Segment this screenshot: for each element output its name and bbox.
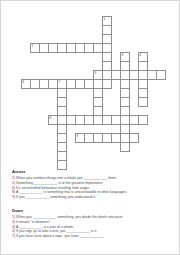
down-clues: Down 1)When you ____________ something, … — [12, 208, 180, 238]
clue-text: A ____________ is a part of a whole. — [16, 224, 74, 228]
across-header: Across — [12, 169, 180, 174]
clue-number-label: 4) — [12, 224, 15, 228]
clue-text: It means "in-between". — [16, 220, 51, 224]
clue-text: When you combine things into a whole you… — [16, 176, 117, 180]
grid-cell[interactable] — [138, 97, 148, 107]
clue-text: Something ____________ is of the greates… — [16, 181, 103, 185]
clue-text: It's uncontrolled behaviour resulting fr… — [16, 185, 90, 189]
grid-cell[interactable] — [129, 133, 139, 143]
clue-number-label: 1) — [12, 215, 15, 219]
clue-text: If you have facts about a topic, you hav… — [16, 234, 104, 238]
grid-cell[interactable] — [120, 142, 130, 152]
clue-number-label: 6) — [12, 185, 15, 189]
clue-text: If you ____________ something, you under… — [16, 195, 96, 199]
crossword-grid: 123456789 — [21, 16, 167, 171]
clue-text: A ____________ is something that is untr… — [16, 190, 127, 194]
grid-cell[interactable] — [156, 70, 166, 80]
across-clue: 9)If you ____________ something, you und… — [12, 194, 180, 199]
clue-text: If you sign up to take a test, you _____… — [16, 229, 97, 233]
across-clues: Across 2)When you combine things into a … — [12, 169, 180, 199]
clue-number-label: 3) — [12, 220, 15, 224]
clue-text: When you ____________ something, you div… — [16, 215, 123, 219]
grid-cell[interactable] — [138, 115, 148, 125]
down-header: Down — [12, 208, 180, 213]
clue-number-label: 9) — [12, 195, 15, 199]
clue-number-label: 7) — [12, 234, 15, 238]
clue-number-label: 5) — [12, 229, 15, 233]
clue-number-label: 8) — [12, 190, 15, 194]
clue-number-label: 5) — [12, 181, 15, 185]
down-clue: 7)If you have facts about a topic, you h… — [12, 233, 180, 238]
grid-cell[interactable] — [102, 79, 112, 89]
clue-number-label: 2) — [12, 176, 15, 180]
